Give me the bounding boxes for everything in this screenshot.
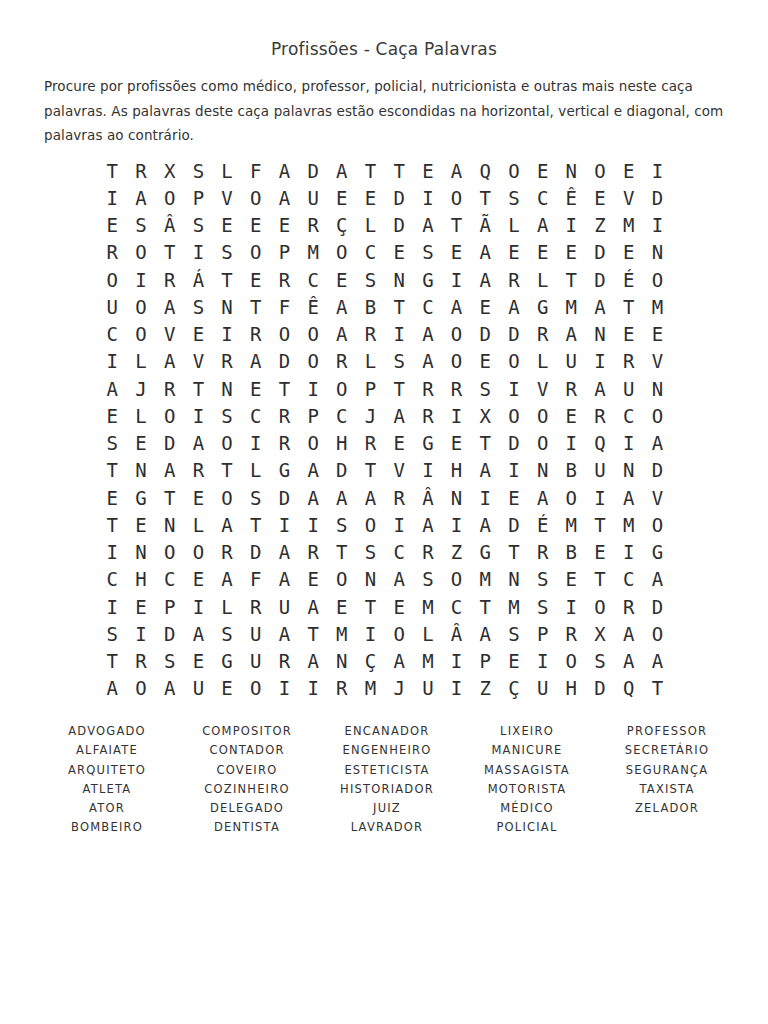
grid-cell: C bbox=[98, 321, 127, 348]
grid-cell: E bbox=[614, 321, 643, 348]
grid-cell: U bbox=[299, 184, 328, 211]
grid-cell: T bbox=[385, 293, 414, 320]
grid-cell: D bbox=[643, 184, 672, 211]
grid-cell: G bbox=[270, 457, 299, 484]
grid-cell: I bbox=[241, 430, 270, 457]
grid-cell: R bbox=[557, 620, 586, 647]
grid-cell: T bbox=[155, 239, 184, 266]
grid-cell: R bbox=[213, 539, 242, 566]
grid-cell: N bbox=[155, 511, 184, 538]
grid-cell: U bbox=[184, 675, 213, 702]
grid-cell: E bbox=[299, 566, 328, 593]
grid-cell: S bbox=[414, 239, 443, 266]
grid-cell: I bbox=[213, 321, 242, 348]
grid-cell: E bbox=[385, 430, 414, 457]
grid-cell: E bbox=[98, 484, 127, 511]
grid-cell: D bbox=[500, 511, 529, 538]
grid-cell: D bbox=[643, 593, 672, 620]
grid-cell: N bbox=[528, 457, 557, 484]
grid-cell: M bbox=[614, 212, 643, 239]
grid-cell: T bbox=[385, 157, 414, 184]
grid-cell: A bbox=[471, 457, 500, 484]
grid-cell: I bbox=[98, 184, 127, 211]
grid-cell: E bbox=[184, 321, 213, 348]
grid-cell: T bbox=[241, 511, 270, 538]
grid-cell: A bbox=[557, 321, 586, 348]
grid-cell: S bbox=[184, 293, 213, 320]
grid-cell: A bbox=[184, 620, 213, 647]
word-list-item: BOMBEIRO bbox=[71, 818, 143, 837]
grid-cell: S bbox=[213, 402, 242, 429]
grid-cell: U bbox=[241, 620, 270, 647]
grid-cell: R bbox=[241, 593, 270, 620]
grid-cell: R bbox=[270, 402, 299, 429]
grid-cell: J bbox=[385, 675, 414, 702]
grid-cell: Ã bbox=[471, 212, 500, 239]
grid-cell: E bbox=[586, 539, 615, 566]
grid-cell: I bbox=[385, 511, 414, 538]
grid-cell: A bbox=[270, 539, 299, 566]
grid-cell: Ê bbox=[299, 293, 328, 320]
grid-cell: O bbox=[442, 184, 471, 211]
grid-cell: A bbox=[528, 484, 557, 511]
grid-cell: A bbox=[643, 566, 672, 593]
word-search-grid: TRXSLFADATTEAQOENOEIIAOPVOAUEEDIOTSCÊEVD… bbox=[98, 157, 672, 702]
grid-cell: S bbox=[528, 593, 557, 620]
grid-cell: T bbox=[155, 484, 184, 511]
grid-cell: A bbox=[356, 484, 385, 511]
grid-cell: A bbox=[299, 648, 328, 675]
grid-cell: I bbox=[270, 675, 299, 702]
grid-cell: O bbox=[356, 511, 385, 538]
grid-cell: I bbox=[557, 593, 586, 620]
grid-cell: A bbox=[442, 293, 471, 320]
grid-cell: H bbox=[127, 566, 156, 593]
grid-cell: R bbox=[328, 675, 357, 702]
grid-cell: N bbox=[385, 266, 414, 293]
grid-cell: Â bbox=[155, 212, 184, 239]
grid-cell: Ê bbox=[557, 184, 586, 211]
grid-cell: I bbox=[299, 511, 328, 538]
grid-cell: B bbox=[557, 457, 586, 484]
word-list-item: CONTADOR bbox=[209, 741, 284, 760]
grid-cell: M bbox=[614, 511, 643, 538]
grid-cell: R bbox=[299, 212, 328, 239]
grid-cell: A bbox=[586, 293, 615, 320]
grid-cell: T bbox=[299, 620, 328, 647]
grid-cell: I bbox=[98, 539, 127, 566]
grid-cell: O bbox=[127, 293, 156, 320]
grid-cell: I bbox=[614, 539, 643, 566]
grid-cell: T bbox=[98, 648, 127, 675]
grid-cell: S bbox=[500, 620, 529, 647]
grid-cell: E bbox=[385, 239, 414, 266]
grid-cell: A bbox=[328, 321, 357, 348]
grid-cell: A bbox=[414, 212, 443, 239]
grid-cell: V bbox=[213, 184, 242, 211]
grid-cell: G bbox=[414, 430, 443, 457]
grid-cell: D bbox=[241, 539, 270, 566]
grid-cell: I bbox=[299, 375, 328, 402]
grid-cell: E bbox=[184, 566, 213, 593]
grid-cell: T bbox=[98, 511, 127, 538]
grid-cell: A bbox=[270, 620, 299, 647]
grid-cell: I bbox=[500, 375, 529, 402]
grid-cell: E bbox=[586, 184, 615, 211]
grid-cell: S bbox=[127, 212, 156, 239]
grid-cell: N bbox=[328, 648, 357, 675]
word-list-item: MÉDICO bbox=[500, 799, 554, 818]
grid-cell: E bbox=[385, 593, 414, 620]
grid-cell: O bbox=[213, 430, 242, 457]
word-list-item: ADVOGADO bbox=[68, 722, 146, 741]
grid-cell: I bbox=[442, 402, 471, 429]
grid-cell: I bbox=[414, 184, 443, 211]
grid-cell: N bbox=[500, 566, 529, 593]
grid-cell: I bbox=[98, 348, 127, 375]
grid-cell: O bbox=[328, 239, 357, 266]
grid-cell: N bbox=[557, 157, 586, 184]
grid-cell: É bbox=[614, 266, 643, 293]
grid-cell: O bbox=[643, 511, 672, 538]
word-list-column: ADVOGADOALFAIATEARQUITETOATLETAATORBOMBE… bbox=[37, 722, 177, 838]
grid-cell: P bbox=[528, 620, 557, 647]
grid-cell: I bbox=[586, 484, 615, 511]
grid-cell: T bbox=[213, 266, 242, 293]
grid-cell: T bbox=[98, 457, 127, 484]
grid-cell: V bbox=[385, 457, 414, 484]
grid-cell: L bbox=[356, 212, 385, 239]
grid-cell: R bbox=[614, 348, 643, 375]
word-list-item: POLICIAL bbox=[496, 818, 557, 837]
grid-cell: O bbox=[127, 239, 156, 266]
grid-cell: A bbox=[299, 457, 328, 484]
grid-cell: A bbox=[270, 157, 299, 184]
grid-cell: E bbox=[98, 402, 127, 429]
grid-cell: L bbox=[500, 212, 529, 239]
grid-cell: M bbox=[500, 593, 529, 620]
grid-cell: O bbox=[241, 239, 270, 266]
grid-cell: I bbox=[299, 675, 328, 702]
grid-cell: R bbox=[270, 430, 299, 457]
grid-cell: N bbox=[127, 457, 156, 484]
word-list-item: MANICURE bbox=[491, 741, 562, 760]
grid-cell: A bbox=[471, 511, 500, 538]
grid-cell: T bbox=[471, 593, 500, 620]
grid-cell: L bbox=[184, 511, 213, 538]
grid-cell: R bbox=[586, 402, 615, 429]
grid-cell: I bbox=[442, 511, 471, 538]
grid-cell: P bbox=[299, 402, 328, 429]
grid-cell: A bbox=[299, 484, 328, 511]
grid-cell: H bbox=[328, 430, 357, 457]
grid-cell: D bbox=[471, 321, 500, 348]
grid-cell: C bbox=[328, 402, 357, 429]
grid-cell: O bbox=[528, 402, 557, 429]
instructions: Procure por profissões como médico, prof… bbox=[44, 74, 734, 148]
grid-cell: Â bbox=[414, 484, 443, 511]
grid-cell: C bbox=[155, 566, 184, 593]
word-list-item: LIXEIRO bbox=[500, 722, 554, 741]
grid-cell: E bbox=[528, 239, 557, 266]
grid-cell: E bbox=[328, 266, 357, 293]
grid-cell: E bbox=[213, 212, 242, 239]
grid-cell: M bbox=[557, 511, 586, 538]
word-list-item: ALFAIATE bbox=[76, 741, 138, 760]
word-list-item: PROFESSOR bbox=[627, 722, 707, 741]
grid-cell: D bbox=[328, 457, 357, 484]
word-list-item: DENTISTA bbox=[214, 818, 280, 837]
grid-cell: R bbox=[184, 457, 213, 484]
grid-cell: V bbox=[643, 484, 672, 511]
grid-cell: I bbox=[500, 457, 529, 484]
page-title: Profissões - Caça Palavras bbox=[0, 39, 768, 59]
grid-cell: I bbox=[127, 266, 156, 293]
grid-cell: L bbox=[528, 348, 557, 375]
grid-cell: R bbox=[155, 266, 184, 293]
grid-cell: M bbox=[471, 566, 500, 593]
grid-cell: E bbox=[328, 184, 357, 211]
instructions-line-2: palavras. As palavras deste caça palavra… bbox=[44, 99, 734, 124]
grid-cell: C bbox=[414, 293, 443, 320]
grid-cell: O bbox=[155, 539, 184, 566]
grid-cell: E bbox=[614, 157, 643, 184]
grid-cell: R bbox=[241, 321, 270, 348]
grid-cell: S bbox=[184, 157, 213, 184]
grid-cell: R bbox=[127, 648, 156, 675]
grid-cell: T bbox=[500, 539, 529, 566]
grid-cell: I bbox=[414, 457, 443, 484]
grid-cell: B bbox=[557, 539, 586, 566]
grid-cell: O bbox=[155, 184, 184, 211]
grid-cell: S bbox=[213, 239, 242, 266]
word-list-item: LAVRADOR bbox=[351, 818, 424, 837]
grid-cell: T bbox=[356, 593, 385, 620]
grid-cell: M bbox=[299, 239, 328, 266]
grid-cell: A bbox=[643, 648, 672, 675]
word-list-item: ARQUITETO bbox=[68, 761, 146, 780]
grid-cell: S bbox=[98, 620, 127, 647]
grid-cell: R bbox=[213, 348, 242, 375]
word-list-item: JUIZ bbox=[373, 799, 401, 818]
grid-cell: E bbox=[356, 184, 385, 211]
grid-cell: E bbox=[528, 157, 557, 184]
grid-cell: M bbox=[557, 293, 586, 320]
grid-cell: O bbox=[213, 484, 242, 511]
grid-cell: A bbox=[270, 566, 299, 593]
grid-cell: I bbox=[643, 157, 672, 184]
grid-cell: H bbox=[557, 675, 586, 702]
word-list-item: MOTORISTA bbox=[488, 780, 567, 799]
grid-cell: S bbox=[328, 511, 357, 538]
grid-cell: O bbox=[442, 566, 471, 593]
word-list: ADVOGADOALFAIATEARQUITETOATLETAATORBOMBE… bbox=[37, 722, 737, 838]
grid-cell: R bbox=[155, 375, 184, 402]
grid-cell: R bbox=[385, 484, 414, 511]
grid-cell: A bbox=[586, 375, 615, 402]
grid-cell: R bbox=[557, 375, 586, 402]
grid-cell: T bbox=[241, 293, 270, 320]
grid-cell: E bbox=[442, 430, 471, 457]
grid-cell: E bbox=[241, 375, 270, 402]
word-list-item: ENGENHEIRO bbox=[343, 741, 432, 760]
grid-cell: Â bbox=[442, 620, 471, 647]
grid-cell: T bbox=[586, 566, 615, 593]
grid-cell: L bbox=[127, 402, 156, 429]
word-list-item: COZINHEIRO bbox=[204, 780, 289, 799]
grid-cell: D bbox=[500, 321, 529, 348]
grid-cell: R bbox=[442, 375, 471, 402]
grid-cell: S bbox=[414, 566, 443, 593]
grid-cell: O bbox=[643, 266, 672, 293]
grid-cell: I bbox=[127, 620, 156, 647]
word-list-item: HISTORIADOR bbox=[340, 780, 434, 799]
grid-cell: N bbox=[643, 239, 672, 266]
grid-cell: Z bbox=[442, 539, 471, 566]
grid-cell: C bbox=[614, 402, 643, 429]
word-list-item: ESTETICISTA bbox=[344, 761, 429, 780]
grid-cell: O bbox=[98, 266, 127, 293]
grid-cell: A bbox=[98, 375, 127, 402]
grid-cell: E bbox=[557, 239, 586, 266]
word-list-column: ENCANADORENGENHEIROESTETICISTAHISTORIADO… bbox=[317, 722, 457, 838]
grid-cell: R bbox=[414, 375, 443, 402]
grid-cell: G bbox=[528, 293, 557, 320]
grid-cell: G bbox=[127, 484, 156, 511]
grid-cell: O bbox=[241, 675, 270, 702]
grid-cell: U bbox=[270, 593, 299, 620]
grid-cell: O bbox=[299, 321, 328, 348]
grid-cell: E bbox=[500, 648, 529, 675]
grid-cell: T bbox=[328, 539, 357, 566]
grid-cell: E bbox=[98, 212, 127, 239]
grid-cell: D bbox=[155, 620, 184, 647]
grid-cell: R bbox=[356, 430, 385, 457]
word-list-column: COMPOSITORCONTADORCOVEIROCOZINHEIRODELEG… bbox=[177, 722, 317, 838]
word-list-item: ATLETA bbox=[83, 780, 132, 799]
grid-cell: O bbox=[241, 184, 270, 211]
grid-cell: F bbox=[241, 157, 270, 184]
grid-cell: N bbox=[213, 375, 242, 402]
grid-cell: Z bbox=[586, 212, 615, 239]
grid-cell: G bbox=[213, 648, 242, 675]
word-list-column: PROFESSORSECRETÁRIOSEGURANÇATAXISTAZELAD… bbox=[597, 722, 737, 838]
grid-cell: Q bbox=[586, 430, 615, 457]
grid-cell: A bbox=[614, 648, 643, 675]
grid-cell: J bbox=[127, 375, 156, 402]
grid-cell: N bbox=[442, 484, 471, 511]
grid-cell: Á bbox=[184, 266, 213, 293]
word-list-item: SEGURANÇA bbox=[626, 761, 709, 780]
grid-cell: O bbox=[586, 157, 615, 184]
grid-cell: I bbox=[356, 620, 385, 647]
grid-cell: M bbox=[328, 620, 357, 647]
grid-cell: I bbox=[557, 430, 586, 457]
grid-cell: I bbox=[586, 348, 615, 375]
grid-cell: I bbox=[614, 430, 643, 457]
grid-cell: M bbox=[414, 648, 443, 675]
grid-cell: O bbox=[557, 484, 586, 511]
grid-cell: A bbox=[471, 239, 500, 266]
grid-cell: E bbox=[442, 239, 471, 266]
grid-cell: A bbox=[241, 348, 270, 375]
grid-cell: M bbox=[414, 593, 443, 620]
grid-cell: T bbox=[643, 675, 672, 702]
word-list-item: ATOR bbox=[89, 799, 125, 818]
grid-cell: T bbox=[385, 375, 414, 402]
grid-cell: S bbox=[213, 620, 242, 647]
grid-cell: U bbox=[614, 375, 643, 402]
grid-cell: E bbox=[500, 239, 529, 266]
grid-cell: S bbox=[184, 212, 213, 239]
grid-cell: R bbox=[270, 266, 299, 293]
grid-cell: V bbox=[528, 375, 557, 402]
grid-cell: S bbox=[356, 539, 385, 566]
grid-cell: T bbox=[270, 375, 299, 402]
grid-cell: D bbox=[586, 239, 615, 266]
grid-cell: E bbox=[184, 484, 213, 511]
grid-cell: L bbox=[213, 157, 242, 184]
word-list-item: SECRETÁRIO bbox=[625, 741, 709, 760]
grid-cell: U bbox=[557, 348, 586, 375]
grid-cell: T bbox=[471, 184, 500, 211]
instructions-line-3: palavras ao contrário. bbox=[44, 123, 734, 148]
grid-cell: A bbox=[442, 157, 471, 184]
grid-cell: E bbox=[213, 675, 242, 702]
grid-cell: E bbox=[557, 402, 586, 429]
grid-cell: L bbox=[414, 620, 443, 647]
grid-cell: A bbox=[127, 184, 156, 211]
grid-cell: E bbox=[414, 157, 443, 184]
grid-cell: É bbox=[528, 511, 557, 538]
grid-cell: D bbox=[270, 484, 299, 511]
grid-cell: N bbox=[586, 321, 615, 348]
grid-cell: E bbox=[500, 484, 529, 511]
grid-cell: O bbox=[328, 375, 357, 402]
grid-cell: R bbox=[614, 593, 643, 620]
grid-cell: D bbox=[299, 157, 328, 184]
grid-cell: T bbox=[184, 375, 213, 402]
grid-cell: R bbox=[299, 539, 328, 566]
grid-cell: R bbox=[98, 239, 127, 266]
grid-cell: Z bbox=[471, 675, 500, 702]
grid-cell: T bbox=[442, 212, 471, 239]
grid-cell: U bbox=[241, 648, 270, 675]
grid-cell: C bbox=[299, 266, 328, 293]
grid-cell: T bbox=[98, 157, 127, 184]
grid-cell: N bbox=[213, 293, 242, 320]
grid-cell: S bbox=[586, 648, 615, 675]
grid-cell: O bbox=[155, 402, 184, 429]
grid-cell: O bbox=[442, 321, 471, 348]
grid-cell: L bbox=[241, 457, 270, 484]
grid-cell: I bbox=[385, 321, 414, 348]
grid-cell: E bbox=[127, 430, 156, 457]
grid-cell: T bbox=[356, 157, 385, 184]
grid-cell: O bbox=[442, 348, 471, 375]
grid-cell: R bbox=[127, 157, 156, 184]
grid-cell: F bbox=[270, 293, 299, 320]
grid-cell: S bbox=[500, 184, 529, 211]
grid-cell: A bbox=[328, 293, 357, 320]
grid-cell: I bbox=[442, 675, 471, 702]
grid-cell: A bbox=[328, 157, 357, 184]
grid-cell: E bbox=[241, 266, 270, 293]
grid-cell: O bbox=[500, 157, 529, 184]
grid-cell: A bbox=[98, 675, 127, 702]
grid-cell: A bbox=[385, 402, 414, 429]
grid-cell: D bbox=[385, 184, 414, 211]
